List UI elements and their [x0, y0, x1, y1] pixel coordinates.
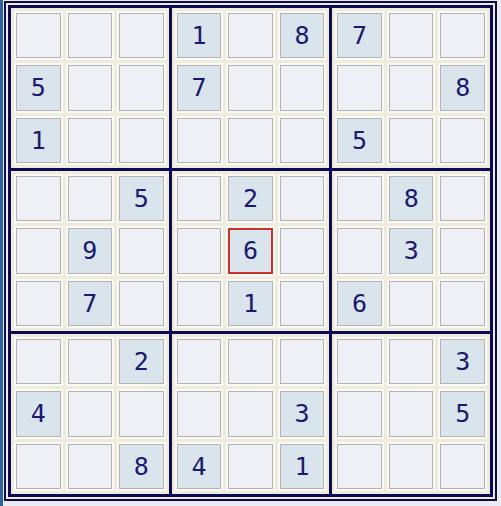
cell-r2c6[interactable] [280, 65, 325, 110]
cell-r9c2[interactable] [68, 444, 113, 489]
cell-r8c2[interactable] [68, 391, 113, 436]
sudoku-box-5: 261 [172, 171, 330, 331]
sudoku-box-6: 836 [332, 171, 490, 331]
sudoku-box-7: 248 [11, 334, 169, 494]
cell-r4c2[interactable] [68, 176, 113, 221]
cell-r6c2[interactable]: 7 [68, 281, 113, 326]
cell-r4c6[interactable] [280, 176, 325, 221]
cell-r4c8[interactable]: 8 [389, 176, 434, 221]
cell-r5c4[interactable] [177, 228, 222, 273]
sudoku-app: 5118778559726183624834135 [0, 0, 501, 506]
cell-r2c2[interactable] [68, 65, 113, 110]
cell-r9c7[interactable] [337, 444, 382, 489]
cell-r5c8[interactable]: 3 [389, 228, 434, 273]
cell-r7c8[interactable] [389, 339, 434, 384]
cell-r6c8[interactable] [389, 281, 434, 326]
cell-r7c2[interactable] [68, 339, 113, 384]
cell-r6c5[interactable]: 1 [228, 281, 273, 326]
sudoku-box-4: 597 [11, 171, 169, 331]
cell-r5c9[interactable] [440, 228, 485, 273]
cell-r8c8[interactable] [389, 391, 434, 436]
cell-r8c7[interactable] [337, 391, 382, 436]
cell-r1c9[interactable] [440, 13, 485, 58]
cell-r3c2[interactable] [68, 118, 113, 163]
cell-r5c7[interactable] [337, 228, 382, 273]
sudoku-box-3: 785 [332, 8, 490, 168]
sudoku-box-2: 187 [172, 8, 330, 168]
cell-r7c5[interactable] [228, 339, 273, 384]
cell-r2c1[interactable]: 5 [16, 65, 61, 110]
cell-r3c8[interactable] [389, 118, 434, 163]
cell-r4c3[interactable]: 5 [119, 176, 164, 221]
cell-r8c9[interactable]: 5 [440, 391, 485, 436]
sudoku-board-frame: 5118778559726183624834135 [4, 1, 497, 501]
cell-r3c6[interactable] [280, 118, 325, 163]
cell-r4c4[interactable] [177, 176, 222, 221]
cell-r2c4[interactable]: 7 [177, 65, 222, 110]
cell-r4c9[interactable] [440, 176, 485, 221]
cell-r8c4[interactable] [177, 391, 222, 436]
cell-r7c4[interactable] [177, 339, 222, 384]
cell-r8c6[interactable]: 3 [280, 391, 325, 436]
cell-r8c3[interactable] [119, 391, 164, 436]
cell-r6c1[interactable] [16, 281, 61, 326]
window-left-edge [0, 0, 3, 506]
cell-r1c2[interactable] [68, 13, 113, 58]
cell-r2c9[interactable]: 8 [440, 65, 485, 110]
cell-r1c6[interactable]: 8 [280, 13, 325, 58]
cell-r9c4[interactable]: 4 [177, 444, 222, 489]
cell-r4c7[interactable] [337, 176, 382, 221]
cell-r6c4[interactable] [177, 281, 222, 326]
cell-r3c1[interactable]: 1 [16, 118, 61, 163]
cell-r7c6[interactable] [280, 339, 325, 384]
cell-r9c3[interactable]: 8 [119, 444, 164, 489]
cell-r2c5[interactable] [228, 65, 273, 110]
cell-r1c7[interactable]: 7 [337, 13, 382, 58]
cell-r6c6[interactable] [280, 281, 325, 326]
cell-r5c5[interactable]: 6 [228, 228, 273, 273]
cell-r1c4[interactable]: 1 [177, 13, 222, 58]
sudoku-grid: 5118778559726183624834135 [11, 8, 490, 494]
sudoku-box-8: 341 [172, 334, 330, 494]
cell-r3c7[interactable]: 5 [337, 118, 382, 163]
sudoku-board: 5118778559726183624834135 [8, 5, 493, 497]
cell-r9c9[interactable] [440, 444, 485, 489]
cell-r1c1[interactable] [16, 13, 61, 58]
cell-r9c6[interactable]: 1 [280, 444, 325, 489]
cell-r8c1[interactable]: 4 [16, 391, 61, 436]
cell-r9c5[interactable] [228, 444, 273, 489]
cell-r9c8[interactable] [389, 444, 434, 489]
cell-r5c3[interactable] [119, 228, 164, 273]
cell-r2c7[interactable] [337, 65, 382, 110]
cell-r8c5[interactable] [228, 391, 273, 436]
cell-r3c3[interactable] [119, 118, 164, 163]
cell-r3c4[interactable] [177, 118, 222, 163]
cell-r7c3[interactable]: 2 [119, 339, 164, 384]
cell-r6c3[interactable] [119, 281, 164, 326]
cell-r6c7[interactable]: 6 [337, 281, 382, 326]
cell-r3c9[interactable] [440, 118, 485, 163]
cell-r7c1[interactable] [16, 339, 61, 384]
cell-r3c5[interactable] [228, 118, 273, 163]
cell-r5c6[interactable] [280, 228, 325, 273]
cell-r1c8[interactable] [389, 13, 434, 58]
cell-r4c1[interactable] [16, 176, 61, 221]
cell-r1c3[interactable] [119, 13, 164, 58]
cell-r2c3[interactable] [119, 65, 164, 110]
cell-r5c1[interactable] [16, 228, 61, 273]
sudoku-box-9: 35 [332, 334, 490, 494]
cell-r1c5[interactable] [228, 13, 273, 58]
cell-r9c1[interactable] [16, 444, 61, 489]
cell-r2c8[interactable] [389, 65, 434, 110]
cell-r6c9[interactable] [440, 281, 485, 326]
cell-r4c5[interactable]: 2 [228, 176, 273, 221]
cell-r7c7[interactable] [337, 339, 382, 384]
cell-r5c2[interactable]: 9 [68, 228, 113, 273]
sudoku-box-1: 51 [11, 8, 169, 168]
cell-r7c9[interactable]: 3 [440, 339, 485, 384]
